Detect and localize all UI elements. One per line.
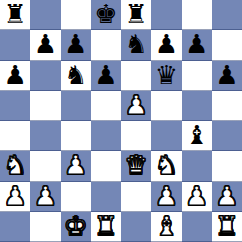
white-pawn-piece[interactable]: ♟ xyxy=(64,152,87,178)
black-knight-piece[interactable]: ♞ xyxy=(64,62,87,88)
white-pawn-piece[interactable]: ♟ xyxy=(155,183,178,209)
square-h1[interactable]: ♜ xyxy=(212,212,242,242)
square-b1[interactable] xyxy=(30,212,60,242)
square-h2[interactable]: ♟ xyxy=(212,182,242,212)
square-c3[interactable]: ♟ xyxy=(61,151,91,181)
chess-board: ♜♚♜♟♟♞♟♟♟♞♟♛♟♟♝♞♟♛♞♟♟♟♟♟♚♜♝♜ xyxy=(0,0,242,242)
square-e4[interactable] xyxy=(121,121,151,151)
square-c8[interactable] xyxy=(61,0,91,30)
square-b3[interactable] xyxy=(30,151,60,181)
square-a4[interactable] xyxy=(0,121,30,151)
square-e7[interactable]: ♞ xyxy=(121,30,151,60)
black-pawn-piece[interactable]: ♟ xyxy=(155,31,178,57)
black-queen-piece[interactable]: ♛ xyxy=(155,62,178,88)
black-bishop-piece[interactable]: ♝ xyxy=(185,122,208,148)
square-b2[interactable]: ♟ xyxy=(30,182,60,212)
square-c4[interactable] xyxy=(61,121,91,151)
square-a7[interactable] xyxy=(0,30,30,60)
square-e5[interactable]: ♟ xyxy=(121,91,151,121)
square-g3[interactable] xyxy=(182,151,212,181)
square-g5[interactable] xyxy=(182,91,212,121)
square-d4[interactable] xyxy=(91,121,121,151)
square-g2[interactable]: ♟ xyxy=(182,182,212,212)
square-f5[interactable] xyxy=(151,91,181,121)
square-h6[interactable]: ♟ xyxy=(212,61,242,91)
square-h5[interactable] xyxy=(212,91,242,121)
black-knight-piece[interactable]: ♞ xyxy=(124,31,147,57)
black-pawn-piece[interactable]: ♟ xyxy=(215,62,238,88)
square-e2[interactable] xyxy=(121,182,151,212)
white-rook-piece[interactable]: ♜ xyxy=(215,213,238,239)
square-d3[interactable] xyxy=(91,151,121,181)
square-g6[interactable] xyxy=(182,61,212,91)
square-a6[interactable]: ♟ xyxy=(0,61,30,91)
square-c5[interactable] xyxy=(61,91,91,121)
white-knight-piece[interactable]: ♞ xyxy=(3,152,26,178)
square-g8[interactable] xyxy=(182,0,212,30)
square-e6[interactable] xyxy=(121,61,151,91)
black-pawn-piece[interactable]: ♟ xyxy=(64,31,87,57)
black-pawn-piece[interactable]: ♟ xyxy=(3,62,26,88)
square-e1[interactable] xyxy=(121,212,151,242)
square-c7[interactable]: ♟ xyxy=(61,30,91,60)
square-a8[interactable]: ♜ xyxy=(0,0,30,30)
square-d1[interactable]: ♜ xyxy=(91,212,121,242)
square-a1[interactable] xyxy=(0,212,30,242)
square-f3[interactable]: ♞ xyxy=(151,151,181,181)
square-c6[interactable]: ♞ xyxy=(61,61,91,91)
white-pawn-piece[interactable]: ♟ xyxy=(215,183,238,209)
square-h4[interactable] xyxy=(212,121,242,151)
square-g1[interactable] xyxy=(182,212,212,242)
square-h3[interactable] xyxy=(212,151,242,181)
white-pawn-piece[interactable]: ♟ xyxy=(124,92,147,118)
square-e3[interactable]: ♛ xyxy=(121,151,151,181)
square-f8[interactable] xyxy=(151,0,181,30)
square-a5[interactable] xyxy=(0,91,30,121)
square-b6[interactable] xyxy=(30,61,60,91)
white-pawn-piece[interactable]: ♟ xyxy=(34,183,57,209)
square-h8[interactable] xyxy=(212,0,242,30)
square-f7[interactable]: ♟ xyxy=(151,30,181,60)
square-g4[interactable]: ♝ xyxy=(182,121,212,151)
square-f6[interactable]: ♛ xyxy=(151,61,181,91)
white-queen-piece[interactable]: ♛ xyxy=(124,152,147,178)
square-d6[interactable]: ♟ xyxy=(91,61,121,91)
square-a2[interactable]: ♟ xyxy=(0,182,30,212)
square-h7[interactable] xyxy=(212,30,242,60)
square-c1[interactable]: ♚ xyxy=(61,212,91,242)
square-b5[interactable] xyxy=(30,91,60,121)
square-d2[interactable] xyxy=(91,182,121,212)
black-rook-piece[interactable]: ♜ xyxy=(124,1,147,27)
white-knight-piece[interactable]: ♞ xyxy=(155,152,178,178)
square-a3[interactable]: ♞ xyxy=(0,151,30,181)
chess-diagram: ♜♚♜♟♟♞♟♟♟♞♟♛♟♟♝♞♟♛♞♟♟♟♟♟♚♜♝♜ xyxy=(0,0,242,242)
black-rook-piece[interactable]: ♜ xyxy=(3,1,26,27)
square-d8[interactable]: ♚ xyxy=(91,0,121,30)
white-rook-piece[interactable]: ♜ xyxy=(94,213,117,239)
white-king-piece[interactable]: ♚ xyxy=(64,213,87,239)
square-g7[interactable]: ♟ xyxy=(182,30,212,60)
square-b4[interactable] xyxy=(30,121,60,151)
white-bishop-piece[interactable]: ♝ xyxy=(155,213,178,239)
square-d5[interactable] xyxy=(91,91,121,121)
square-c2[interactable] xyxy=(61,182,91,212)
black-pawn-piece[interactable]: ♟ xyxy=(34,31,57,57)
square-f2[interactable]: ♟ xyxy=(151,182,181,212)
square-e8[interactable]: ♜ xyxy=(121,0,151,30)
square-d7[interactable] xyxy=(91,30,121,60)
black-pawn-piece[interactable]: ♟ xyxy=(185,31,208,57)
white-pawn-piece[interactable]: ♟ xyxy=(185,183,208,209)
square-f1[interactable]: ♝ xyxy=(151,212,181,242)
square-f4[interactable] xyxy=(151,121,181,151)
black-king-piece[interactable]: ♚ xyxy=(94,1,117,27)
black-pawn-piece[interactable]: ♟ xyxy=(94,62,117,88)
white-pawn-piece[interactable]: ♟ xyxy=(3,183,26,209)
square-b8[interactable] xyxy=(30,0,60,30)
square-b7[interactable]: ♟ xyxy=(30,30,60,60)
